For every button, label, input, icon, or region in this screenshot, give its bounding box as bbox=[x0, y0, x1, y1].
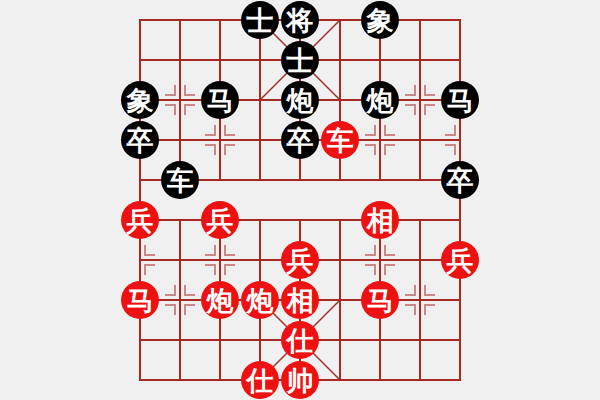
piece-black-advisor[interactable]: 士 bbox=[241, 1, 279, 39]
piece-red-pawn[interactable]: 兵 bbox=[121, 201, 159, 239]
piece-red-chariot[interactable]: 车 bbox=[321, 121, 359, 159]
piece-black-cannon[interactable]: 炮 bbox=[281, 81, 319, 119]
piece-black-horse[interactable]: 马 bbox=[441, 81, 479, 119]
piece-red-pawn[interactable]: 兵 bbox=[441, 241, 479, 279]
xiangqi-board: 士将象士象马炮炮马卒卒车车卒兵兵相兵兵马炮炮相马仕仕帅 bbox=[0, 0, 600, 400]
piece-black-elephant[interactable]: 象 bbox=[361, 1, 399, 39]
piece-black-chariot[interactable]: 车 bbox=[161, 161, 199, 199]
piece-red-pawn[interactable]: 兵 bbox=[281, 241, 319, 279]
piece-black-pawn[interactable]: 卒 bbox=[121, 121, 159, 159]
piece-red-cannon[interactable]: 炮 bbox=[241, 281, 279, 319]
piece-black-king[interactable]: 将 bbox=[281, 1, 319, 39]
piece-black-pawn[interactable]: 卒 bbox=[281, 121, 319, 159]
piece-black-elephant[interactable]: 象 bbox=[121, 81, 159, 119]
piece-black-cannon[interactable]: 炮 bbox=[361, 81, 399, 119]
piece-red-cannon[interactable]: 炮 bbox=[201, 281, 239, 319]
piece-red-pawn[interactable]: 兵 bbox=[201, 201, 239, 239]
piece-black-horse[interactable]: 马 bbox=[201, 81, 239, 119]
piece-red-horse[interactable]: 马 bbox=[121, 281, 159, 319]
piece-red-elephant[interactable]: 相 bbox=[281, 281, 319, 319]
piece-black-advisor[interactable]: 士 bbox=[281, 41, 319, 79]
piece-red-elephant[interactable]: 相 bbox=[361, 201, 399, 239]
piece-red-advisor[interactable]: 仕 bbox=[281, 321, 319, 359]
piece-black-pawn[interactable]: 卒 bbox=[441, 161, 479, 199]
piece-red-advisor[interactable]: 仕 bbox=[241, 361, 279, 399]
piece-red-horse[interactable]: 马 bbox=[361, 281, 399, 319]
piece-red-king[interactable]: 帅 bbox=[281, 361, 319, 399]
